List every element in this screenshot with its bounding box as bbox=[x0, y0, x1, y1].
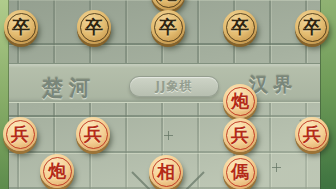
app-watermark: JJ象棋 bbox=[129, 76, 219, 97]
piece-red-cannon[interactable]: 炮 bbox=[223, 84, 257, 118]
app-watermark-text: JJ象棋 bbox=[156, 78, 193, 95]
red-soldier-glyph: 兵 bbox=[84, 117, 102, 151]
piece-red-soldier[interactable]: 兵 bbox=[223, 118, 257, 152]
black-unknown-partial-glyph: 炮 bbox=[159, 0, 177, 10]
river-label-han-jie: 汉界 bbox=[249, 72, 297, 96]
point-marker bbox=[164, 131, 173, 140]
black-soldier-glyph: 卒 bbox=[159, 10, 177, 44]
black-soldier-glyph: 卒 bbox=[12, 10, 30, 44]
river-label-chu-he: 楚河 bbox=[42, 76, 96, 100]
red-cannon-glyph: 炮 bbox=[48, 154, 66, 188]
red-horse-glyph: 傌 bbox=[231, 155, 249, 189]
red-soldier-glyph: 兵 bbox=[231, 118, 249, 152]
red-soldier-glyph: 兵 bbox=[303, 117, 321, 151]
black-soldier-glyph: 卒 bbox=[303, 10, 321, 44]
piece-red-cannon[interactable]: 炮 bbox=[40, 154, 74, 188]
piece-black-soldier[interactable]: 卒 bbox=[295, 10, 329, 44]
piece-red-soldier[interactable]: 兵 bbox=[3, 117, 37, 151]
piece-black-soldier[interactable]: 卒 bbox=[4, 10, 38, 44]
piece-black-soldier[interactable]: 卒 bbox=[223, 10, 257, 44]
red-elephant-glyph: 相 bbox=[157, 155, 175, 189]
black-soldier-glyph: 卒 bbox=[231, 10, 249, 44]
piece-red-soldier[interactable]: 兵 bbox=[295, 117, 329, 151]
piece-red-elephant[interactable]: 相 bbox=[149, 155, 183, 189]
red-soldier-glyph: 兵 bbox=[11, 117, 29, 151]
piece-black-soldier[interactable]: 卒 bbox=[151, 10, 185, 44]
point-marker bbox=[272, 163, 281, 172]
red-cannon-glyph: 炮 bbox=[231, 84, 249, 118]
piece-red-soldier[interactable]: 兵 bbox=[76, 117, 110, 151]
xiangqi-game-screen: 楚河 汉界 JJ象棋 炮卒卒卒卒卒炮兵兵兵兵炮相傌 bbox=[0, 0, 336, 189]
piece-red-horse[interactable]: 傌 bbox=[223, 155, 257, 189]
piece-black-soldier[interactable]: 卒 bbox=[77, 10, 111, 44]
black-soldier-glyph: 卒 bbox=[85, 10, 103, 44]
